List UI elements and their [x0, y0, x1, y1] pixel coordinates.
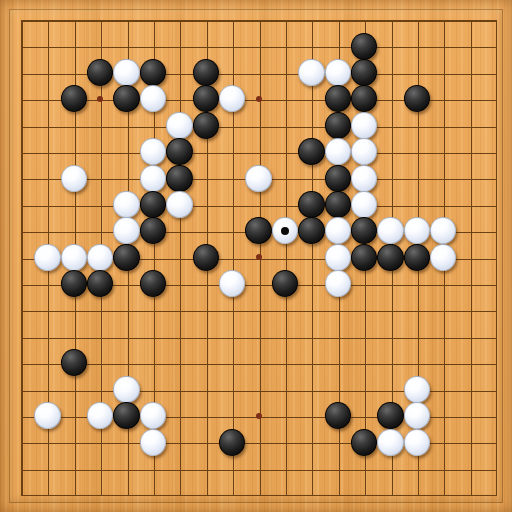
intersection[interactable] [245, 297, 271, 323]
intersection[interactable] [8, 323, 34, 349]
intersection[interactable] [351, 112, 377, 138]
intersection[interactable] [430, 165, 456, 191]
intersection[interactable] [298, 323, 324, 349]
intersection[interactable] [377, 402, 403, 428]
intersection[interactable] [351, 244, 377, 270]
intersection[interactable] [298, 482, 324, 508]
intersection[interactable] [219, 429, 245, 455]
intersection[interactable] [245, 218, 271, 244]
intersection[interactable] [113, 191, 139, 217]
intersection[interactable] [87, 482, 113, 508]
intersection[interactable] [404, 402, 430, 428]
intersection[interactable] [430, 86, 456, 112]
intersection[interactable] [61, 402, 87, 428]
intersection[interactable] [61, 244, 87, 270]
intersection[interactable] [140, 191, 166, 217]
intersection[interactable] [483, 455, 509, 481]
intersection[interactable] [272, 271, 298, 297]
intersection[interactable] [351, 350, 377, 376]
intersection[interactable] [8, 350, 34, 376]
intersection[interactable] [61, 455, 87, 481]
intersection[interactable] [140, 33, 166, 59]
intersection[interactable] [140, 271, 166, 297]
intersection[interactable] [430, 7, 456, 33]
intersection[interactable] [87, 33, 113, 59]
intersection[interactable] [404, 455, 430, 481]
intersection[interactable] [193, 33, 219, 59]
intersection[interactable] [430, 191, 456, 217]
intersection[interactable] [483, 218, 509, 244]
intersection[interactable] [34, 165, 60, 191]
intersection[interactable] [483, 297, 509, 323]
intersection[interactable] [272, 59, 298, 85]
intersection[interactable] [61, 271, 87, 297]
intersection[interactable] [483, 350, 509, 376]
intersection[interactable] [8, 165, 34, 191]
intersection[interactable] [87, 323, 113, 349]
intersection[interactable] [456, 271, 482, 297]
intersection[interactable] [245, 59, 271, 85]
intersection[interactable] [298, 350, 324, 376]
intersection[interactable] [193, 482, 219, 508]
intersection[interactable] [140, 350, 166, 376]
intersection[interactable] [245, 165, 271, 191]
intersection[interactable] [113, 33, 139, 59]
intersection[interactable] [219, 86, 245, 112]
intersection[interactable] [166, 191, 192, 217]
intersection[interactable] [140, 139, 166, 165]
intersection[interactable] [377, 482, 403, 508]
intersection[interactable] [325, 86, 351, 112]
intersection[interactable] [430, 244, 456, 270]
intersection[interactable] [34, 86, 60, 112]
intersection[interactable] [404, 112, 430, 138]
intersection[interactable] [193, 59, 219, 85]
intersection[interactable] [483, 112, 509, 138]
intersection[interactable] [219, 59, 245, 85]
intersection[interactable] [377, 218, 403, 244]
intersection[interactable] [140, 429, 166, 455]
intersection[interactable] [272, 191, 298, 217]
intersection[interactable] [377, 59, 403, 85]
intersection[interactable] [219, 402, 245, 428]
intersection[interactable] [272, 218, 298, 244]
intersection[interactable] [87, 59, 113, 85]
intersection[interactable] [377, 323, 403, 349]
intersection[interactable] [193, 376, 219, 402]
intersection[interactable] [404, 139, 430, 165]
intersection[interactable] [245, 33, 271, 59]
intersection[interactable] [404, 350, 430, 376]
intersection[interactable] [140, 7, 166, 33]
intersection[interactable] [298, 429, 324, 455]
intersection[interactable] [245, 429, 271, 455]
intersection[interactable] [34, 218, 60, 244]
intersection[interactable] [404, 86, 430, 112]
intersection[interactable] [61, 112, 87, 138]
intersection[interactable] [351, 139, 377, 165]
intersection[interactable] [456, 350, 482, 376]
intersection[interactable] [272, 112, 298, 138]
intersection[interactable] [87, 271, 113, 297]
intersection[interactable] [193, 165, 219, 191]
intersection[interactable] [8, 376, 34, 402]
intersection[interactable] [404, 429, 430, 455]
intersection[interactable] [219, 33, 245, 59]
intersection[interactable] [351, 297, 377, 323]
intersection[interactable] [325, 297, 351, 323]
intersection[interactable] [8, 429, 34, 455]
intersection[interactable] [166, 350, 192, 376]
intersection[interactable] [8, 297, 34, 323]
intersection[interactable] [245, 455, 271, 481]
intersection[interactable] [8, 86, 34, 112]
intersection[interactable] [166, 139, 192, 165]
intersection[interactable] [456, 323, 482, 349]
intersection[interactable] [272, 482, 298, 508]
intersection[interactable] [430, 33, 456, 59]
intersection[interactable] [377, 33, 403, 59]
intersection[interactable] [166, 33, 192, 59]
intersection[interactable] [351, 86, 377, 112]
intersection[interactable] [113, 376, 139, 402]
intersection[interactable] [483, 244, 509, 270]
intersection[interactable] [193, 429, 219, 455]
intersection[interactable] [377, 244, 403, 270]
intersection[interactable] [377, 376, 403, 402]
intersection[interactable] [245, 350, 271, 376]
intersection[interactable] [166, 297, 192, 323]
intersection[interactable] [272, 455, 298, 481]
intersection[interactable] [87, 7, 113, 33]
intersection[interactable] [87, 402, 113, 428]
intersection[interactable] [219, 7, 245, 33]
intersection[interactable] [245, 112, 271, 138]
intersection[interactable] [351, 429, 377, 455]
intersection[interactable] [193, 244, 219, 270]
intersection[interactable] [456, 297, 482, 323]
intersection[interactable] [351, 191, 377, 217]
intersection[interactable] [61, 191, 87, 217]
intersection[interactable] [34, 402, 60, 428]
intersection[interactable] [377, 86, 403, 112]
intersection[interactable] [140, 218, 166, 244]
intersection[interactable] [61, 376, 87, 402]
intersection[interactable] [113, 297, 139, 323]
intersection[interactable] [219, 244, 245, 270]
intersection[interactable] [113, 455, 139, 481]
intersection[interactable] [87, 139, 113, 165]
intersection[interactable] [87, 218, 113, 244]
intersection[interactable] [166, 376, 192, 402]
intersection[interactable] [87, 191, 113, 217]
intersection[interactable] [404, 7, 430, 33]
intersection[interactable] [272, 139, 298, 165]
intersection[interactable] [272, 33, 298, 59]
intersection[interactable] [245, 191, 271, 217]
intersection[interactable] [272, 7, 298, 33]
intersection[interactable] [113, 402, 139, 428]
intersection[interactable] [8, 112, 34, 138]
intersection[interactable] [456, 191, 482, 217]
intersection[interactable] [298, 59, 324, 85]
intersection[interactable] [8, 402, 34, 428]
intersection[interactable] [113, 112, 139, 138]
intersection[interactable] [113, 165, 139, 191]
intersection[interactable] [166, 429, 192, 455]
intersection[interactable] [404, 165, 430, 191]
intersection[interactable] [8, 33, 34, 59]
intersection[interactable] [219, 271, 245, 297]
intersection[interactable] [61, 139, 87, 165]
intersection[interactable] [113, 86, 139, 112]
intersection[interactable] [404, 297, 430, 323]
intersection[interactable] [483, 271, 509, 297]
intersection[interactable] [351, 402, 377, 428]
intersection[interactable] [430, 218, 456, 244]
intersection[interactable] [325, 139, 351, 165]
intersection[interactable] [245, 402, 271, 428]
intersection[interactable] [140, 59, 166, 85]
intersection[interactable] [298, 86, 324, 112]
intersection[interactable] [325, 323, 351, 349]
intersection[interactable] [298, 33, 324, 59]
intersection[interactable] [325, 402, 351, 428]
intersection[interactable] [456, 455, 482, 481]
intersection[interactable] [483, 402, 509, 428]
intersection[interactable] [34, 297, 60, 323]
intersection[interactable] [430, 376, 456, 402]
intersection[interactable] [166, 402, 192, 428]
intersection[interactable] [219, 376, 245, 402]
intersection[interactable] [245, 323, 271, 349]
intersection[interactable] [377, 7, 403, 33]
intersection[interactable] [325, 350, 351, 376]
intersection[interactable] [325, 112, 351, 138]
intersection[interactable] [113, 350, 139, 376]
intersection[interactable] [351, 7, 377, 33]
intersection[interactable] [140, 455, 166, 481]
intersection[interactable] [298, 165, 324, 191]
intersection[interactable] [430, 350, 456, 376]
intersection[interactable] [272, 297, 298, 323]
intersection[interactable] [351, 165, 377, 191]
intersection[interactable] [34, 271, 60, 297]
intersection[interactable] [166, 271, 192, 297]
intersection[interactable] [430, 271, 456, 297]
intersection[interactable] [166, 455, 192, 481]
intersection[interactable] [325, 165, 351, 191]
intersection[interactable] [456, 112, 482, 138]
intersection[interactable] [325, 7, 351, 33]
intersection[interactable] [113, 218, 139, 244]
intersection[interactable] [325, 271, 351, 297]
intersection[interactable] [325, 191, 351, 217]
intersection[interactable] [404, 59, 430, 85]
intersection[interactable] [456, 218, 482, 244]
intersection[interactable] [325, 429, 351, 455]
intersection[interactable] [351, 455, 377, 481]
intersection[interactable] [430, 429, 456, 455]
intersection[interactable] [87, 429, 113, 455]
intersection[interactable] [430, 139, 456, 165]
intersection[interactable] [8, 7, 34, 33]
intersection[interactable] [193, 350, 219, 376]
intersection[interactable] [140, 323, 166, 349]
intersection[interactable] [272, 323, 298, 349]
intersection[interactable] [298, 402, 324, 428]
intersection[interactable] [140, 86, 166, 112]
intersection[interactable] [87, 244, 113, 270]
intersection[interactable] [245, 482, 271, 508]
intersection[interactable] [193, 455, 219, 481]
intersection[interactable] [193, 271, 219, 297]
intersection[interactable] [245, 7, 271, 33]
intersection[interactable] [377, 139, 403, 165]
intersection[interactable] [113, 59, 139, 85]
intersection[interactable] [193, 112, 219, 138]
intersection[interactable] [61, 165, 87, 191]
intersection[interactable] [61, 429, 87, 455]
intersection[interactable] [140, 402, 166, 428]
intersection[interactable] [34, 139, 60, 165]
intersection[interactable] [61, 7, 87, 33]
intersection[interactable] [61, 323, 87, 349]
intersection[interactable] [377, 297, 403, 323]
intersection[interactable] [87, 376, 113, 402]
intersection[interactable] [113, 139, 139, 165]
intersection[interactable] [193, 191, 219, 217]
intersection[interactable] [34, 33, 60, 59]
intersection[interactable] [483, 139, 509, 165]
intersection[interactable] [219, 455, 245, 481]
intersection[interactable] [456, 402, 482, 428]
intersection[interactable] [272, 244, 298, 270]
intersection[interactable] [325, 376, 351, 402]
intersection[interactable] [166, 323, 192, 349]
intersection[interactable] [193, 297, 219, 323]
intersection[interactable] [34, 482, 60, 508]
intersection[interactable] [245, 271, 271, 297]
intersection[interactable] [325, 59, 351, 85]
intersection[interactable] [377, 455, 403, 481]
intersection[interactable] [166, 7, 192, 33]
intersection[interactable] [483, 7, 509, 33]
intersection[interactable] [351, 59, 377, 85]
intersection[interactable] [298, 218, 324, 244]
intersection[interactable] [34, 112, 60, 138]
intersection[interactable] [193, 402, 219, 428]
intersection[interactable] [456, 59, 482, 85]
intersection[interactable] [404, 244, 430, 270]
intersection[interactable] [34, 429, 60, 455]
intersection[interactable] [166, 165, 192, 191]
intersection[interactable] [483, 482, 509, 508]
intersection[interactable] [8, 244, 34, 270]
intersection[interactable] [34, 323, 60, 349]
intersection[interactable] [272, 350, 298, 376]
intersection[interactable] [298, 139, 324, 165]
intersection[interactable] [61, 297, 87, 323]
intersection[interactable] [34, 191, 60, 217]
intersection[interactable] [298, 271, 324, 297]
intersection[interactable] [8, 482, 34, 508]
intersection[interactable] [219, 165, 245, 191]
intersection[interactable] [113, 323, 139, 349]
intersection[interactable] [430, 112, 456, 138]
intersection[interactable] [87, 165, 113, 191]
intersection[interactable] [193, 139, 219, 165]
intersection[interactable] [298, 244, 324, 270]
intersection[interactable] [87, 350, 113, 376]
intersection[interactable] [219, 112, 245, 138]
intersection[interactable] [325, 455, 351, 481]
intersection[interactable] [87, 86, 113, 112]
intersection[interactable] [483, 33, 509, 59]
intersection[interactable] [166, 112, 192, 138]
intersection[interactable] [245, 139, 271, 165]
intersection[interactable] [61, 482, 87, 508]
intersection[interactable] [113, 429, 139, 455]
intersection[interactable] [140, 112, 166, 138]
intersection[interactable] [166, 59, 192, 85]
intersection[interactable] [483, 86, 509, 112]
intersection[interactable] [377, 112, 403, 138]
intersection[interactable] [166, 482, 192, 508]
intersection[interactable] [325, 218, 351, 244]
intersection[interactable] [483, 165, 509, 191]
intersection[interactable] [272, 376, 298, 402]
intersection[interactable] [219, 297, 245, 323]
intersection[interactable] [456, 482, 482, 508]
intersection[interactable] [404, 323, 430, 349]
intersection[interactable] [219, 350, 245, 376]
intersection[interactable] [272, 429, 298, 455]
intersection[interactable] [377, 271, 403, 297]
intersection[interactable] [61, 33, 87, 59]
intersection[interactable] [140, 482, 166, 508]
intersection[interactable] [456, 33, 482, 59]
intersection[interactable] [404, 218, 430, 244]
intersection[interactable] [140, 165, 166, 191]
intersection[interactable] [404, 191, 430, 217]
intersection[interactable] [61, 218, 87, 244]
intersection[interactable] [483, 376, 509, 402]
intersection[interactable] [325, 482, 351, 508]
intersection[interactable] [61, 59, 87, 85]
intersection[interactable] [456, 7, 482, 33]
intersection[interactable] [430, 297, 456, 323]
intersection[interactable] [298, 297, 324, 323]
intersection[interactable] [34, 350, 60, 376]
intersection[interactable] [456, 86, 482, 112]
intersection[interactable] [193, 218, 219, 244]
intersection[interactable] [34, 244, 60, 270]
intersection[interactable] [219, 323, 245, 349]
intersection[interactable] [272, 165, 298, 191]
intersection[interactable] [34, 376, 60, 402]
intersection[interactable] [351, 218, 377, 244]
intersection[interactable] [404, 271, 430, 297]
intersection[interactable] [113, 7, 139, 33]
intersection[interactable] [298, 7, 324, 33]
intersection[interactable] [483, 59, 509, 85]
intersection[interactable] [87, 112, 113, 138]
intersection[interactable] [8, 271, 34, 297]
intersection[interactable] [483, 191, 509, 217]
intersection[interactable] [456, 139, 482, 165]
intersection[interactable] [377, 191, 403, 217]
